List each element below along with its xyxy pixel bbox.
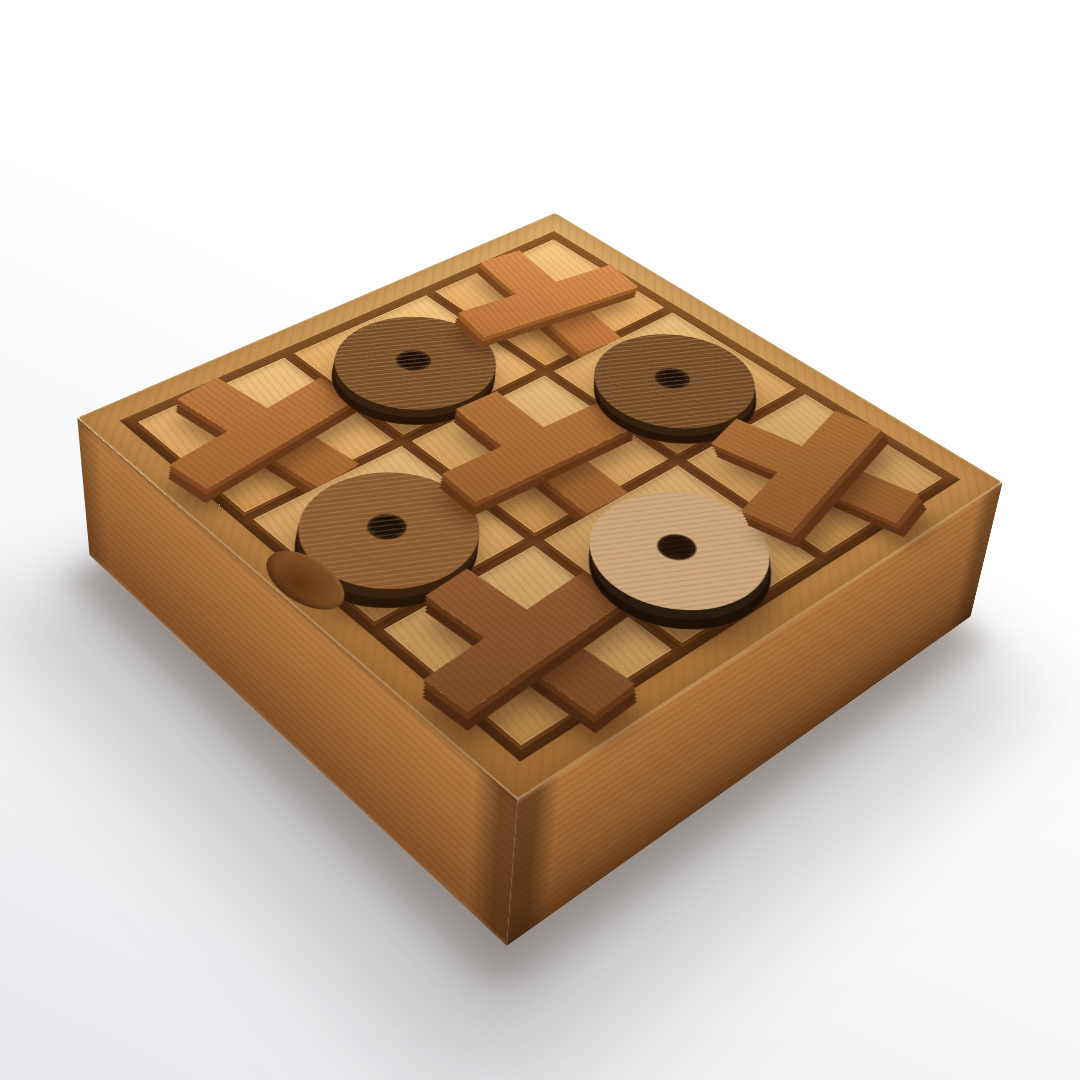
scene: XOX/OXO/XOX <box>0 0 1080 1080</box>
cell-r1c0[interactable] <box>253 446 524 621</box>
cell-r2c1[interactable] <box>544 465 815 643</box>
o-disc <box>262 451 516 615</box>
o-disc <box>552 470 806 636</box>
x-bar <box>423 572 627 713</box>
x-bar <box>425 569 635 715</box>
position-caption: XOX/OXO/XOX <box>0 0 1 1</box>
cell-r2c0[interactable] <box>384 545 673 745</box>
